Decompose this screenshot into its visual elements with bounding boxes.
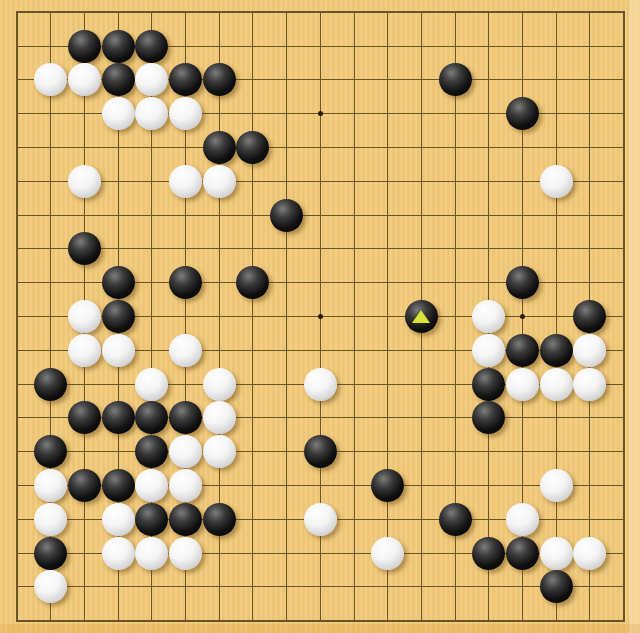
white-stone-c2-r16 <box>34 503 67 536</box>
white-stone-c3-r3 <box>68 63 101 96</box>
board-bottom-margin <box>0 624 640 633</box>
black-stone-c2-r17 <box>34 537 67 570</box>
white-stone-c17-r12 <box>540 368 573 401</box>
white-stone-c5-r15 <box>135 469 168 502</box>
white-stone-c6-r15 <box>169 469 202 502</box>
grid-line-horizontal <box>16 586 625 587</box>
black-stone-c6-r16 <box>169 503 202 536</box>
black-stone-c16-r4 <box>506 97 539 130</box>
white-stone-c2-r15 <box>34 469 67 502</box>
white-stone-c18-r11 <box>573 334 606 367</box>
black-stone-c16-r11 <box>506 334 539 367</box>
black-stone-c15-r12 <box>472 368 505 401</box>
black-stone-c4-r13 <box>102 401 135 434</box>
white-stone-c7-r6 <box>203 165 236 198</box>
white-stone-c6-r4 <box>169 97 202 130</box>
black-stone-c6-r9 <box>169 266 202 299</box>
white-stone-c12-r17 <box>371 537 404 570</box>
white-stone-c2-r3 <box>34 63 67 96</box>
star-point <box>318 314 323 319</box>
black-stone-c7-r5 <box>203 131 236 164</box>
black-stone-c4-r3 <box>102 63 135 96</box>
white-stone-c6-r17 <box>169 537 202 570</box>
white-stone-c15-r10 <box>472 300 505 333</box>
black-stone-c4-r2 <box>102 30 135 63</box>
white-stone-c5-r3 <box>135 63 168 96</box>
white-stone-c6-r6 <box>169 165 202 198</box>
black-stone-c4-r9 <box>102 266 135 299</box>
black-stone-c14-r3 <box>439 63 472 96</box>
black-stone-c18-r10 <box>573 300 606 333</box>
star-point <box>318 111 323 116</box>
star-point <box>520 314 525 319</box>
black-stone-c2-r12 <box>34 368 67 401</box>
white-stone-c7-r12 <box>203 368 236 401</box>
triangle-marker-icon <box>412 310 430 323</box>
black-stone-c4-r10 <box>102 300 135 333</box>
white-stone-c6-r14 <box>169 435 202 468</box>
black-stone-c17-r11 <box>540 334 573 367</box>
black-stone-c10-r14 <box>304 435 337 468</box>
white-stone-c17-r17 <box>540 537 573 570</box>
grid-line-vertical <box>387 11 388 621</box>
black-stone-c15-r13 <box>472 401 505 434</box>
white-stone-c10-r16 <box>304 503 337 536</box>
white-stone-c3-r11 <box>68 334 101 367</box>
black-stone-c5-r14 <box>135 435 168 468</box>
white-stone-c4-r17 <box>102 537 135 570</box>
white-stone-c18-r17 <box>573 537 606 570</box>
white-stone-c5-r12 <box>135 368 168 401</box>
white-stone-c15-r11 <box>472 334 505 367</box>
black-stone-c12-r15 <box>371 469 404 502</box>
grid-line-vertical <box>623 11 625 621</box>
white-stone-c16-r16 <box>506 503 539 536</box>
white-stone-c7-r13 <box>203 401 236 434</box>
white-stone-c4-r11 <box>102 334 135 367</box>
white-stone-c5-r17 <box>135 537 168 570</box>
white-stone-c6-r11 <box>169 334 202 367</box>
black-stone-c16-r9 <box>506 266 539 299</box>
grid-line-horizontal <box>16 620 625 622</box>
black-stone-c6-r3 <box>169 63 202 96</box>
white-stone-c10-r12 <box>304 368 337 401</box>
white-stone-c18-r12 <box>573 368 606 401</box>
white-stone-c16-r12 <box>506 368 539 401</box>
black-stone-c3-r15 <box>68 469 101 502</box>
black-stone-c17-r18 <box>540 570 573 603</box>
black-stone-c6-r13 <box>169 401 202 434</box>
black-stone-c4-r15 <box>102 469 135 502</box>
black-stone-c5-r13 <box>135 401 168 434</box>
black-stone-c2-r14 <box>34 435 67 468</box>
black-stone-c14-r16 <box>439 503 472 536</box>
black-stone-c7-r3 <box>203 63 236 96</box>
white-stone-c3-r6 <box>68 165 101 198</box>
white-stone-c2-r18 <box>34 570 67 603</box>
white-stone-c7-r14 <box>203 435 236 468</box>
black-stone-c7-r16 <box>203 503 236 536</box>
black-stone-c3-r8 <box>68 232 101 265</box>
black-stone-c5-r16 <box>135 503 168 536</box>
white-stone-c17-r6 <box>540 165 573 198</box>
black-stone-c3-r2 <box>68 30 101 63</box>
black-stone-c8-r5 <box>236 131 269 164</box>
black-stone-c9-r7 <box>270 199 303 232</box>
grid-line-vertical <box>354 11 355 621</box>
board-right-margin <box>629 0 640 633</box>
black-stone-c8-r9 <box>236 266 269 299</box>
go-board[interactable] <box>0 0 640 633</box>
grid-line-vertical <box>556 11 557 621</box>
black-stone-c16-r17 <box>506 537 539 570</box>
white-stone-c4-r4 <box>102 97 135 130</box>
white-stone-c17-r15 <box>540 469 573 502</box>
white-stone-c4-r16 <box>102 503 135 536</box>
black-stone-c15-r17 <box>472 537 505 570</box>
black-stone-c3-r13 <box>68 401 101 434</box>
white-stone-c5-r4 <box>135 97 168 130</box>
black-stone-c5-r2 <box>135 30 168 63</box>
white-stone-c3-r10 <box>68 300 101 333</box>
